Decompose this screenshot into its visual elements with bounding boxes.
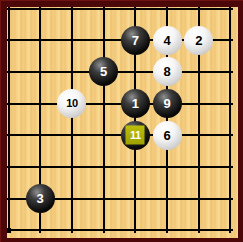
stone-6: 6	[153, 121, 182, 150]
stone-label: 2	[195, 34, 202, 47]
stone-4: 4	[153, 26, 182, 55]
stone-10: 10	[57, 89, 86, 118]
stone-9: 9	[153, 89, 182, 118]
stone-label: 11	[130, 130, 141, 141]
stone-label: 6	[163, 129, 170, 142]
stone-label: 7	[132, 34, 139, 47]
stone-label: 1	[132, 97, 139, 110]
stone-7: 7	[121, 26, 150, 55]
go-diagram: 1234567891011	[0, 0, 243, 242]
grid-line-vertical-7	[229, 7, 231, 233]
grid-line-horizontal-7	[7, 229, 233, 231]
stone-label: 9	[163, 97, 170, 110]
go-board[interactable]: 1234567891011	[7, 7, 238, 238]
stone-label: 5	[100, 65, 107, 78]
stone-label: 3	[37, 192, 44, 205]
stone-label: 8	[163, 65, 170, 78]
stone-8: 8	[153, 57, 182, 86]
stone-5: 5	[89, 57, 118, 86]
stone-11: 11	[121, 121, 150, 150]
stone-1: 1	[121, 89, 150, 118]
stone-label: 10	[66, 98, 77, 109]
corner-dot-marker	[7, 228, 11, 233]
stone-label: 4	[163, 34, 170, 47]
stone-3: 3	[26, 184, 55, 213]
stone-2: 2	[184, 26, 213, 55]
last-move-highlight: 11	[126, 126, 145, 145]
